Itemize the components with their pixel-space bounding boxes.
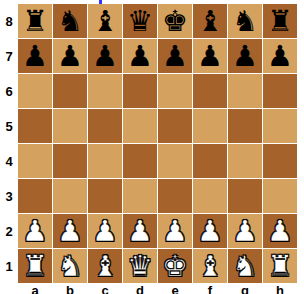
piece-black-rook[interactable]: ♜ xyxy=(22,4,48,38)
rank-label-3: 3 xyxy=(0,179,18,213)
square-f2[interactable]: ♟ xyxy=(193,214,227,248)
piece-black-pawn[interactable]: ♟ xyxy=(162,39,188,73)
square-h1[interactable]: ♜ xyxy=(263,249,297,283)
square-a1[interactable]: ♜ xyxy=(18,249,52,283)
square-e5[interactable] xyxy=(158,109,192,143)
square-d6[interactable] xyxy=(123,74,157,108)
square-g3[interactable] xyxy=(228,179,262,213)
piece-white-pawn[interactable]: ♟ xyxy=(162,214,188,248)
square-a5[interactable] xyxy=(18,109,52,143)
square-b5[interactable] xyxy=(53,109,87,143)
rank-label-4: 4 xyxy=(0,144,18,178)
square-g4[interactable] xyxy=(228,144,262,178)
square-f8[interactable]: ♝ xyxy=(193,4,227,38)
chess-app-window: 87654321 ♜♞♝♛♚♝♞♜♟♟♟♟♟♟♟♟♟♟♟♟♟♟♟♟♜♞♝♛♚♝♞… xyxy=(0,0,304,294)
file-labels: abcdefgh xyxy=(18,283,297,294)
square-g8[interactable]: ♞ xyxy=(228,4,262,38)
square-h2[interactable]: ♟ xyxy=(263,214,297,248)
piece-white-rook[interactable]: ♜ xyxy=(267,249,293,283)
square-c4[interactable] xyxy=(88,144,122,178)
piece-white-king[interactable]: ♚ xyxy=(162,249,188,283)
piece-black-bishop[interactable]: ♝ xyxy=(197,4,223,38)
file-label-g: g xyxy=(228,284,262,294)
square-g2[interactable]: ♟ xyxy=(228,214,262,248)
square-b4[interactable] xyxy=(53,144,87,178)
piece-white-pawn[interactable]: ♟ xyxy=(92,214,118,248)
square-d3[interactable] xyxy=(123,179,157,213)
square-h5[interactable] xyxy=(263,109,297,143)
chess-board[interactable]: ♜♞♝♛♚♝♞♜♟♟♟♟♟♟♟♟♟♟♟♟♟♟♟♟♜♞♝♛♚♝♞♜ xyxy=(18,4,297,283)
piece-black-pawn[interactable]: ♟ xyxy=(22,39,48,73)
square-b7[interactable]: ♟ xyxy=(53,39,87,73)
square-d8[interactable]: ♛ xyxy=(123,4,157,38)
piece-black-pawn[interactable]: ♟ xyxy=(57,39,83,73)
square-g5[interactable] xyxy=(228,109,262,143)
rank-label-8: 8 xyxy=(0,4,18,38)
square-c5[interactable] xyxy=(88,109,122,143)
square-f6[interactable] xyxy=(193,74,227,108)
piece-white-bishop[interactable]: ♝ xyxy=(92,249,118,283)
square-e8[interactable]: ♚ xyxy=(158,4,192,38)
square-g1[interactable]: ♞ xyxy=(228,249,262,283)
square-a2[interactable]: ♟ xyxy=(18,214,52,248)
piece-black-pawn[interactable]: ♟ xyxy=(232,39,258,73)
square-d5[interactable] xyxy=(123,109,157,143)
square-b3[interactable] xyxy=(53,179,87,213)
piece-black-knight[interactable]: ♞ xyxy=(232,4,258,38)
square-c6[interactable] xyxy=(88,74,122,108)
file-label-b: b xyxy=(53,284,87,294)
piece-white-pawn[interactable]: ♟ xyxy=(267,214,293,248)
piece-white-rook[interactable]: ♜ xyxy=(22,249,48,283)
piece-black-pawn[interactable]: ♟ xyxy=(267,39,293,73)
square-b1[interactable]: ♞ xyxy=(53,249,87,283)
file-label-e: e xyxy=(158,284,192,294)
piece-white-knight[interactable]: ♞ xyxy=(232,249,258,283)
piece-black-knight[interactable]: ♞ xyxy=(57,4,83,38)
file-label-h: h xyxy=(263,284,297,294)
board-layout: 87654321 ♜♞♝♛♚♝♞♜♟♟♟♟♟♟♟♟♟♟♟♟♟♟♟♟♜♞♝♛♚♝♞… xyxy=(0,4,297,294)
piece-white-bishop[interactable]: ♝ xyxy=(197,249,223,283)
rank-label-6: 6 xyxy=(0,74,18,108)
square-e3[interactable] xyxy=(158,179,192,213)
square-c7[interactable]: ♟ xyxy=(88,39,122,73)
square-c2[interactable]: ♟ xyxy=(88,214,122,248)
square-f1[interactable]: ♝ xyxy=(193,249,227,283)
square-c1[interactable]: ♝ xyxy=(88,249,122,283)
square-a8[interactable]: ♜ xyxy=(18,4,52,38)
piece-black-pawn[interactable]: ♟ xyxy=(127,39,153,73)
file-label-a: a xyxy=(18,284,52,294)
piece-white-pawn[interactable]: ♟ xyxy=(197,214,223,248)
square-d2[interactable]: ♟ xyxy=(123,214,157,248)
piece-black-queen[interactable]: ♛ xyxy=(127,4,153,38)
piece-black-king[interactable]: ♚ xyxy=(162,4,188,38)
square-a3[interactable] xyxy=(18,179,52,213)
square-h4[interactable] xyxy=(263,144,297,178)
piece-white-knight[interactable]: ♞ xyxy=(57,249,83,283)
piece-black-pawn[interactable]: ♟ xyxy=(197,39,223,73)
square-a7[interactable]: ♟ xyxy=(18,39,52,73)
square-a6[interactable] xyxy=(18,74,52,108)
rank-label-1: 1 xyxy=(0,249,18,283)
square-f3[interactable] xyxy=(193,179,227,213)
rank-label-7: 7 xyxy=(0,39,18,73)
square-b8[interactable]: ♞ xyxy=(53,4,87,38)
piece-white-pawn[interactable]: ♟ xyxy=(127,214,153,248)
square-e6[interactable] xyxy=(158,74,192,108)
piece-white-pawn[interactable]: ♟ xyxy=(57,214,83,248)
square-h7[interactable]: ♟ xyxy=(263,39,297,73)
piece-black-pawn[interactable]: ♟ xyxy=(92,39,118,73)
square-c8[interactable]: ♝ xyxy=(88,4,122,38)
piece-white-pawn[interactable]: ♟ xyxy=(232,214,258,248)
file-label-f: f xyxy=(193,284,227,294)
rank-label-5: 5 xyxy=(0,109,18,143)
square-c3[interactable] xyxy=(88,179,122,213)
square-f5[interactable] xyxy=(193,109,227,143)
square-d7[interactable]: ♟ xyxy=(123,39,157,73)
square-d1[interactable]: ♛ xyxy=(123,249,157,283)
square-e7[interactable]: ♟ xyxy=(158,39,192,73)
piece-white-pawn[interactable]: ♟ xyxy=(22,214,48,248)
piece-black-bishop[interactable]: ♝ xyxy=(92,4,118,38)
square-b6[interactable] xyxy=(53,74,87,108)
rank-labels: 87654321 xyxy=(0,4,18,283)
square-h3[interactable] xyxy=(263,179,297,213)
square-f4[interactable] xyxy=(193,144,227,178)
square-h6[interactable] xyxy=(263,74,297,108)
file-label-c: c xyxy=(88,284,122,294)
square-b2[interactable]: ♟ xyxy=(53,214,87,248)
square-g7[interactable]: ♟ xyxy=(228,39,262,73)
piece-white-queen[interactable]: ♛ xyxy=(127,249,153,283)
square-h8[interactable]: ♜ xyxy=(263,4,297,38)
square-e1[interactable]: ♚ xyxy=(158,249,192,283)
square-d4[interactable] xyxy=(123,144,157,178)
square-a4[interactable] xyxy=(18,144,52,178)
square-f7[interactable]: ♟ xyxy=(193,39,227,73)
square-g6[interactable] xyxy=(228,74,262,108)
rank-label-2: 2 xyxy=(0,214,18,248)
piece-black-rook[interactable]: ♜ xyxy=(267,4,293,38)
square-e2[interactable]: ♟ xyxy=(158,214,192,248)
file-label-d: d xyxy=(123,284,157,294)
square-e4[interactable] xyxy=(158,144,192,178)
